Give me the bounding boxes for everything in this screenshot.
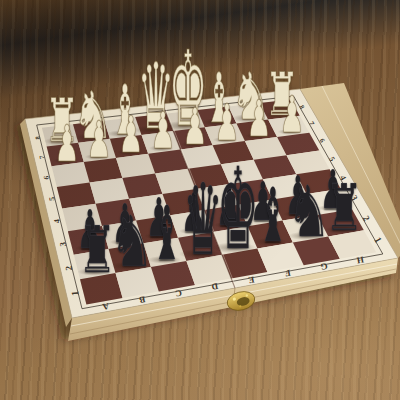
chess-set-photo: ABCDEFGH8877665544332211 ♜♞♝♛♚♝♞♜♟♟♟♟♟♟♟…	[0, 0, 400, 400]
pieces-layer: ♜♞♝♛♚♝♞♜♟♟♟♟♟♟♟♟♟♟♟♟♟♟♟♟♜♞♝♛♚♝♞♜	[0, 0, 400, 400]
black-rook[interactable]: ♜	[318, 188, 369, 234]
white-pawn[interactable]: ♟	[273, 101, 311, 135]
